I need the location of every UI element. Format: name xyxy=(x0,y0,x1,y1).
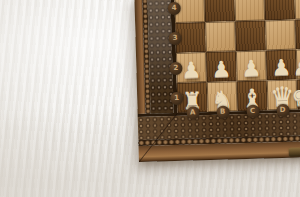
rank-label-3: 3 xyxy=(173,34,178,41)
square-c4[interactable] xyxy=(234,0,265,21)
white-pawn-d2[interactable]: ♟ xyxy=(271,57,291,80)
file-label-a: A xyxy=(190,109,196,116)
rank-label-tab-1: 1 xyxy=(170,91,183,104)
square-b4[interactable] xyxy=(204,0,235,22)
square-c3[interactable] xyxy=(235,20,266,51)
file-label-tab-d: D xyxy=(276,103,289,116)
white-pawn-b2[interactable]: ♟ xyxy=(211,58,231,81)
photo-scene: 4 3 2 1 ♟ ♟ ♟ ♟ xyxy=(0,0,300,197)
board-squares: ♟ ♟ ♟ ♟ ♟ ♜ ♞ ♝ ♛ xyxy=(174,0,300,113)
square-e4[interactable] xyxy=(294,0,300,20)
white-king-e1[interactable]: ♚ xyxy=(291,82,300,110)
rank-label-tab-4: 4 xyxy=(168,1,181,14)
rank-label-4: 4 xyxy=(172,4,177,11)
file-label-c: C xyxy=(250,107,255,114)
file-label-tab-c: C xyxy=(246,104,259,117)
rank-label-2: 2 xyxy=(173,64,178,71)
brass-clasp xyxy=(289,147,300,156)
white-pawn-c2[interactable]: ♟ xyxy=(241,58,261,81)
rank-label-tab-2: 2 xyxy=(169,61,182,74)
rank-label-tab-3: 3 xyxy=(168,31,181,44)
square-e3[interactable] xyxy=(295,19,300,50)
file-label-tab-a: A xyxy=(186,106,199,119)
square-d3[interactable] xyxy=(265,20,296,51)
square-e2[interactable]: ♟ xyxy=(296,49,300,80)
square-e1[interactable]: ♚ xyxy=(297,79,300,110)
file-label-tab-b: B xyxy=(216,105,229,118)
file-label-b: B xyxy=(220,108,226,115)
white-pawn-e2[interactable]: ♟ xyxy=(292,56,300,79)
square-c2[interactable]: ♟ xyxy=(236,50,267,81)
chess-board: 4 3 2 1 ♟ ♟ ♟ ♟ xyxy=(134,0,300,162)
square-b3[interactable] xyxy=(205,21,236,52)
square-b2[interactable]: ♟ xyxy=(206,51,237,82)
square-d4[interactable] xyxy=(264,0,295,20)
rank-label-1: 1 xyxy=(174,94,179,101)
white-pawn-a2[interactable]: ♟ xyxy=(181,59,201,82)
file-label-d: D xyxy=(280,106,286,113)
